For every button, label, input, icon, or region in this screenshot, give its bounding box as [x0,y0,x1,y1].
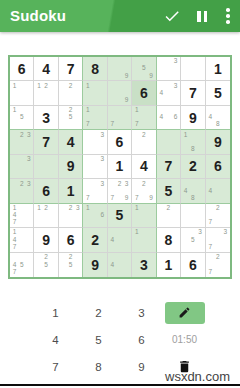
note-digit [196,58,203,65]
note-digit [222,219,229,226]
cell-r3c9[interactable]: 48 [206,106,230,130]
number-button-2[interactable]: 2 [95,307,101,319]
note-digit [116,72,123,79]
note-digit [165,97,172,104]
note-digit [140,121,147,128]
note-digit [133,131,140,138]
cell-r2c8[interactable]: 7 [181,81,205,105]
note-digit [148,58,155,65]
cell-r4c2[interactable]: 7 [34,130,58,154]
note-digit [182,72,189,79]
note-digit [109,243,116,250]
note-digit [91,195,98,202]
cell-r2c9[interactable]: 5 [206,81,230,105]
note-digit: 2 [140,180,147,187]
note-digit [148,114,155,121]
note-digit [74,261,81,268]
note-digit: 5 [67,114,74,121]
pencil-notes: 9 [109,58,130,79]
note-digit [60,219,67,226]
note-digit: 5 [18,261,25,268]
note-digit [11,121,18,128]
note-digit [196,65,203,72]
pencil-notes: 25 [35,254,56,276]
note-digit [50,163,57,170]
cell-r9c5[interactable]: 4 [108,253,132,277]
note-digit [18,212,25,219]
cell-r8c3[interactable]: 6 [59,228,83,252]
note-digit [158,219,165,226]
note-digit [165,90,172,97]
cell-r4c7[interactable] [157,130,181,154]
note-digit [165,107,172,114]
note-digit: 1 [11,107,18,114]
note-digit [123,107,130,114]
number-button-7[interactable]: 7 [52,361,58,373]
number-button-4[interactable]: 4 [52,334,58,346]
note-digit [43,90,50,97]
cell-r7c2[interactable]: 12 [34,204,58,228]
cell-r7c3[interactable]: 23 [59,204,83,228]
number-button-3[interactable]: 3 [138,307,144,319]
cell-r7c5[interactable]: 5 [108,204,132,228]
note-digit [99,97,106,104]
note-digit [60,107,67,114]
cell-r3c3[interactable]: 25 [59,106,83,130]
pencil-notes: 2379 [109,180,130,201]
cell-r3c5[interactable]: 7 [108,106,132,130]
note-digit: 3 [196,229,203,236]
note-digit [84,212,91,219]
note-digit [35,170,42,177]
cell-r1c2[interactable]: 4 [34,57,58,81]
note-digit [116,229,123,236]
note-digit: 7 [207,243,214,250]
cell-r1c7[interactable]: 3 [157,57,181,81]
note-digit [123,82,130,89]
note-digit [116,65,123,72]
pencil-notes: 4 [109,254,130,276]
cell-r1c5[interactable]: 9 [108,57,132,81]
cell-r4c8[interactable]: 18 [181,130,205,154]
note-digit [11,180,18,187]
cell-r9c1[interactable]: 457 [10,253,34,277]
note-digit [50,254,57,261]
note-digit [123,236,130,243]
note-digit [18,138,25,145]
note-digit [182,229,189,236]
cell-r8c9[interactable]: 37 [206,228,230,252]
note-digit [148,212,155,219]
note-digit [148,146,155,153]
note-digit [18,187,25,194]
note-digit [91,121,98,128]
pencil-notes: 23 [60,205,81,226]
note-digit [99,187,106,194]
cell-r9c8[interactable]: 6 [181,253,205,277]
note-digit [25,195,32,202]
cell-r3c8[interactable]: 9 [181,106,205,130]
cell-r5c1[interactable]: 3 [10,155,34,179]
note-digit [189,72,196,79]
note-digit [67,121,74,128]
cell-r4c6[interactable]: 2 [132,130,156,154]
note-digit [116,107,123,114]
cell-r5c7[interactable]: 7 [157,155,181,179]
app-title: Sudoku [10,7,66,24]
note-digit: 3 [74,205,81,212]
cell-value: 6 [214,158,222,174]
note-digit: 4 [207,187,214,194]
note-digit [84,90,91,97]
note-digit [74,82,81,89]
note-digit: 2 [140,131,147,138]
pencil-notes [182,205,203,226]
cell-r2c7[interactable]: 34 [157,81,181,105]
note-digit [84,138,91,145]
cell-r6c7[interactable]: 5 [157,179,181,203]
cell-r7c7[interactable]: 2 [157,204,181,228]
number-button-9[interactable]: 9 [138,361,144,373]
note-digit [158,121,165,128]
note-digit [67,269,74,276]
note-digit [25,107,32,114]
note-digit [148,121,155,128]
cell-r3c1[interactable]: 15 [10,106,34,130]
note-digit [91,97,98,104]
note-digit [172,131,179,138]
note-digit [25,187,32,194]
note-digit [140,229,147,236]
cell-r3c6[interactable]: 17 [132,106,156,130]
note-digit [74,269,81,276]
note-digit [165,58,172,65]
note-digit: 4 [109,236,116,243]
note-digit [74,219,81,226]
pencil-notes [35,156,56,177]
note-digit [91,82,98,89]
pencil-mode-button[interactable] [165,302,205,324]
note-digit: 8 [189,146,196,153]
note-digit [148,180,155,187]
cell-r2c6[interactable]: 6 [132,81,156,105]
cell-r4c9[interactable]: 9 [206,130,230,154]
note-digit: 7 [133,195,140,202]
note-digit [74,121,81,128]
overflow-menu-icon[interactable] [217,5,239,27]
note-digit: 3 [222,229,229,236]
pencil-notes: 4 [109,229,130,250]
pause-icon[interactable] [191,5,213,27]
cell-r9c2[interactable]: 25 [34,253,58,277]
cell-value: 9 [214,134,222,150]
note-digit: 9 [123,97,130,104]
note-digit [35,163,42,170]
cell-r6c8[interactable]: 48 [181,179,205,203]
cell-r9c9[interactable]: 27 [206,253,230,277]
cell-r8c5[interactable]: 4 [108,228,132,252]
note-digit: 2 [67,82,74,89]
cell-r2c4[interactable]: 1 [83,81,107,105]
note-digit: 2 [214,205,221,212]
check-icon[interactable] [161,5,183,27]
number-button-6[interactable]: 6 [138,334,144,346]
note-digit [133,212,140,219]
note-digit [148,243,155,250]
note-digit [165,146,172,153]
note-digit [18,156,25,163]
cell-r8c8[interactable]: 35 [181,228,205,252]
note-digit [11,97,18,104]
cell-r8c1[interactable]: 147 [10,228,34,252]
cell-r3c4[interactable]: 17 [83,106,107,130]
note-digit [84,97,91,104]
watermark: wsxdn.com [165,369,230,384]
note-digit [182,58,189,65]
cell-r3c2[interactable]: 3 [34,106,58,130]
cell-value: 9 [189,110,197,126]
cell-r1c8[interactable] [181,57,205,81]
note-digit [18,205,25,212]
note-digit [140,72,147,79]
note-digit [140,146,147,153]
note-digit [84,180,91,187]
note-digit [74,90,81,97]
cell-r6c2[interactable]: 6 [34,179,58,203]
note-digit [109,65,116,72]
cell-r5c3[interactable]: 9 [59,155,83,179]
note-digit: 3 [123,180,130,187]
cell-r8c6[interactable]: 1 [132,228,156,252]
sudoku-board: 6478959311122196347515325177174694823743… [8,55,232,279]
note-digit [60,205,67,212]
note-digit [123,114,130,121]
note-digit: 8 [214,121,221,128]
note-digit: 5 [189,236,196,243]
note-digit: 1 [133,205,140,212]
note-digit [50,82,57,89]
pencil-notes: 457 [11,254,32,276]
note-digit [99,82,106,89]
note-digit [148,236,155,243]
note-digit [91,131,98,138]
note-digit [91,107,98,114]
note-digit [60,254,67,261]
cell-r9c3[interactable]: 25 [59,253,83,277]
pencil-notes: 25 [60,254,81,276]
note-digit [214,243,221,250]
cell-r7c9[interactable]: 27 [206,204,230,228]
cell-r7c1[interactable]: 147 [10,204,34,228]
cell-r6c6[interactable]: 279 [132,179,156,203]
cell-r6c1[interactable]: 23 [10,179,34,203]
number-button-8[interactable]: 8 [95,361,101,373]
note-digit [214,236,221,243]
note-digit [43,163,50,170]
note-digit: 7 [133,121,140,128]
cell-r6c3[interactable]: 1 [59,179,83,203]
pencil-notes: 34 [158,82,179,103]
note-digit [18,121,25,128]
note-digit [222,212,229,219]
note-digit [43,97,50,104]
note-digit [196,131,203,138]
cell-value: 6 [18,61,26,77]
cell-r4c3[interactable]: 4 [59,130,83,154]
note-digit [158,72,165,79]
note-digit [158,212,165,219]
cell-r9c7[interactable]: 1 [157,253,181,277]
note-digit [18,269,25,276]
note-digit [25,229,32,236]
cell-r4c1[interactable]: 23 [10,130,34,154]
note-digit [189,65,196,72]
note-digit [148,205,155,212]
cell-r4c4[interactable]: 3 [83,130,107,154]
cell-r6c5[interactable]: 2379 [108,179,132,203]
note-digit [189,219,196,226]
note-digit [67,97,74,104]
note-digit [172,219,179,226]
cell-r7c8[interactable] [181,204,205,228]
pencil-notes: 2 [60,82,81,103]
cell-r5c4[interactable]: 3 [83,155,107,179]
note-digit [43,156,50,163]
note-digit [158,131,165,138]
note-digit [91,205,98,212]
note-digit [35,254,42,261]
note-digit [158,205,165,212]
cell-r7c4[interactable]: 16 [83,204,107,228]
cell-r1c3[interactable]: 7 [59,57,83,81]
note-digit [196,243,203,250]
note-digit [222,205,229,212]
note-digit [214,212,221,219]
cell-r6c4[interactable]: 37 [83,179,107,203]
pencil-notes: 16 [84,205,105,226]
cell-r9c6[interactable]: 3 [132,253,156,277]
note-digit [133,236,140,243]
pencil-notes: 59 [133,58,154,79]
note-digit: 1 [133,107,140,114]
number-button-1[interactable]: 1 [52,307,58,319]
note-digit [25,219,32,226]
cell-r5c2[interactable] [34,155,58,179]
pencil-notes: 17 [133,107,154,128]
pencil-notes: 3 [84,131,105,152]
note-digit [172,121,179,128]
note-digit [172,205,179,212]
cell-value: 1 [214,61,222,77]
note-digit [222,236,229,243]
cell-r1c4[interactable]: 8 [83,57,107,81]
note-digit [207,254,214,261]
note-digit [140,243,147,250]
cell-r1c6[interactable]: 59 [132,57,156,81]
note-digit [60,82,67,89]
note-digit [196,212,203,219]
note-digit [165,82,172,89]
note-digit [99,114,106,121]
pencil-notes: 3 [11,156,32,177]
cell-r2c2[interactable]: 12 [34,81,58,105]
pencil-notes: 35 [182,229,203,250]
cell-r2c1[interactable]: 1 [10,81,34,105]
note-digit [91,90,98,97]
note-digit: 7 [207,269,214,276]
overflow-dot [226,8,230,12]
pencil-notes: 279 [133,180,154,201]
note-digit [214,261,221,268]
cell-value: 1 [116,158,124,174]
cell-r6c9[interactable]: 4 [206,179,230,203]
note-digit: 2 [214,254,221,261]
note-digit [214,187,221,194]
note-digit: 7 [84,195,91,202]
overflow-dot [226,20,230,24]
cell-value: 5 [116,207,124,223]
cell-r2c5[interactable]: 9 [108,81,132,105]
note-digit [182,195,189,202]
cell-value: 8 [164,232,172,248]
note-digit: 9 [148,72,155,79]
note-digit [133,138,140,145]
note-digit [133,65,140,72]
note-digit [116,243,123,250]
cell-r5c9[interactable]: 6 [206,155,230,179]
note-digit [84,219,91,226]
cell-r9c4[interactable]: 9 [83,253,107,277]
cell-r3c7[interactable]: 46 [157,106,181,130]
pencil-notes: 3 [84,156,105,177]
note-digit [11,254,18,261]
note-digit [18,82,25,89]
note-digit [196,138,203,145]
cell-value: 4 [140,158,148,174]
pencil-notes: 147 [11,205,32,226]
cell-value: 1 [164,257,172,273]
number-button-5[interactable]: 5 [95,334,101,346]
note-digit: 3 [172,58,179,65]
cell-r8c7[interactable]: 8 [157,228,181,252]
cell-r5c8[interactable]: 2 [181,155,205,179]
note-digit [189,180,196,187]
cell-r8c4[interactable]: 2 [83,228,107,252]
note-digit [25,97,32,104]
cell-r4c5[interactable]: 6 [108,130,132,154]
note-digit [207,195,214,202]
note-digit [91,187,98,194]
cell-r8c2[interactable]: 9 [34,228,58,252]
cell-r5c6[interactable]: 4 [132,155,156,179]
cell-r5c5[interactable]: 1 [108,155,132,179]
cell-r7c6[interactable]: 1 [132,204,156,228]
note-digit: 9 [123,195,130,202]
note-digit [140,219,147,226]
pad-row-1: 123 [34,299,206,326]
note-digit [140,195,147,202]
note-digit [222,114,229,121]
note-digit [165,212,172,219]
note-digit [196,146,203,153]
cell-r1c1[interactable]: 6 [10,57,34,81]
cell-r2c3[interactable]: 2 [59,81,83,105]
note-digit: 6 [99,212,106,219]
cell-r1c9[interactable]: 1 [206,57,230,81]
note-digit [196,180,203,187]
note-digit [116,114,123,121]
note-digit [189,205,196,212]
